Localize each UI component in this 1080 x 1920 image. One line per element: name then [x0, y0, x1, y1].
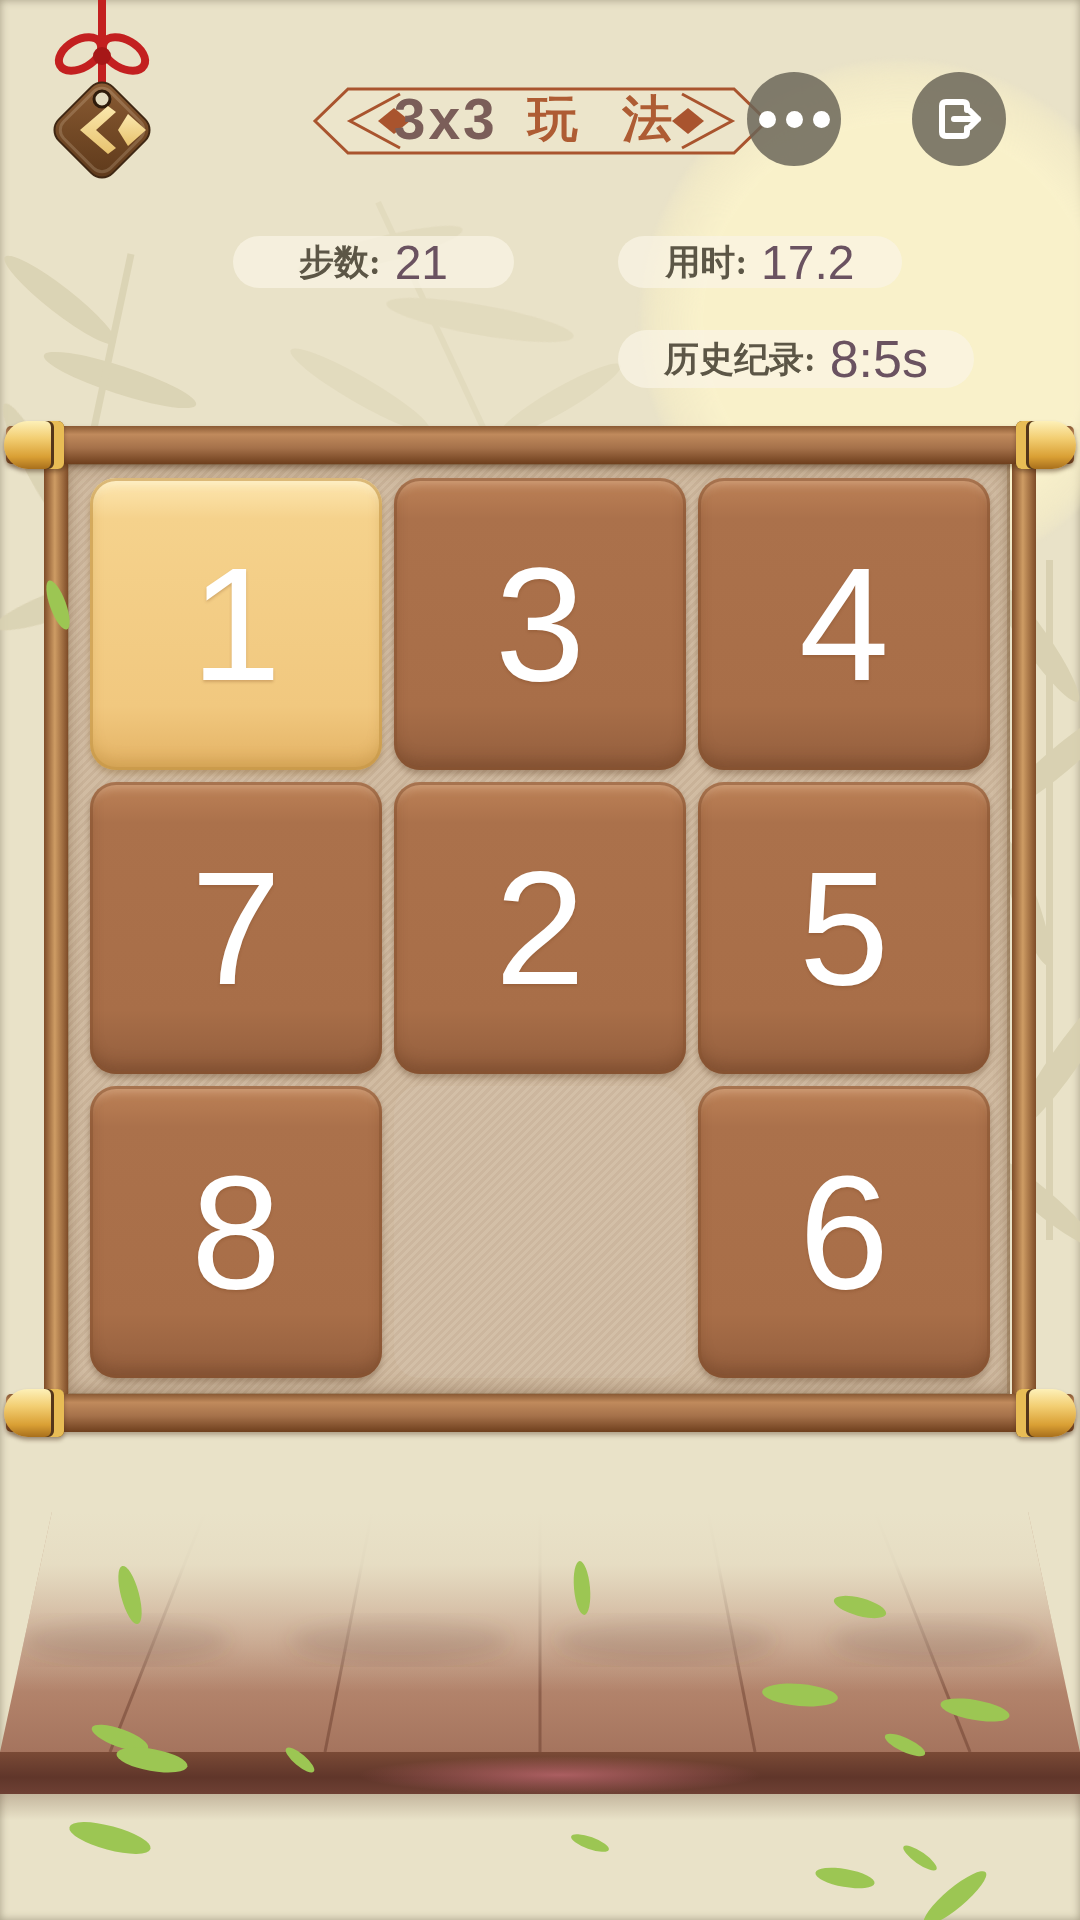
title-banner: 3x3 玩 法 — [310, 84, 772, 158]
steps-value: 21 — [395, 235, 448, 290]
empty-cell — [394, 1086, 686, 1378]
puzzle-grid: 1 3 4 7 2 5 8 6 — [90, 478, 990, 1378]
time-counter: 用时: 17.2 — [618, 236, 902, 288]
tile-5[interactable]: 5 — [698, 782, 990, 1074]
time-value: 17.2 — [761, 235, 854, 290]
tile-4[interactable]: 4 — [698, 478, 990, 770]
floor-planks — [0, 1512, 1080, 1752]
record-value: 8:5s — [830, 329, 928, 389]
string-hole — [94, 91, 110, 107]
back-tag-graphic — [40, 0, 190, 196]
page-title-size: 3x3 — [394, 86, 498, 152]
scroll-rod-top — [6, 426, 1074, 464]
back-button[interactable] — [40, 0, 190, 196]
gold-cap-bottom-left — [4, 1389, 64, 1437]
gold-cap-top-left — [4, 421, 64, 469]
record-label: 历史纪录: — [664, 336, 816, 383]
page-title-mode: 玩 法 — [528, 86, 689, 153]
gold-cap-bottom-right — [1016, 1389, 1076, 1437]
red-string-knot — [53, 0, 151, 92]
floor-front-edge — [0, 1752, 1080, 1794]
scroll-rod-bottom — [6, 1394, 1074, 1432]
time-label: 用时: — [665, 239, 747, 286]
tile-8[interactable]: 8 — [90, 1086, 382, 1378]
logout-icon — [933, 93, 985, 145]
scroll-rod-left — [44, 440, 68, 1430]
tile-6[interactable]: 6 — [698, 1086, 990, 1378]
exit-button[interactable] — [912, 72, 1006, 166]
tile-2[interactable]: 2 — [394, 782, 686, 1074]
game-screen: 3x3 玩 法 步数: 21 用时: 17.2 历史纪录: 8:5s 1 3 4 — [0, 0, 1080, 1920]
more-options-button[interactable] — [747, 72, 841, 166]
tile-3[interactable]: 3 — [394, 478, 686, 770]
gold-cap-top-right — [1016, 421, 1076, 469]
wooden-floor — [0, 1512, 1080, 1752]
wooden-diamond-tag — [48, 76, 155, 183]
tile-1[interactable]: 1 — [90, 478, 382, 770]
best-record: 历史纪录: 8:5s — [618, 330, 974, 388]
steps-counter: 步数: 21 — [233, 236, 514, 288]
ellipsis-icon — [759, 111, 830, 128]
floor-shadows — [20, 1618, 1040, 1662]
scroll-rod-right — [1012, 440, 1036, 1430]
ground-shadow — [0, 1794, 1080, 1820]
tile-7[interactable]: 7 — [90, 782, 382, 1074]
steps-label: 步数: — [299, 239, 381, 286]
